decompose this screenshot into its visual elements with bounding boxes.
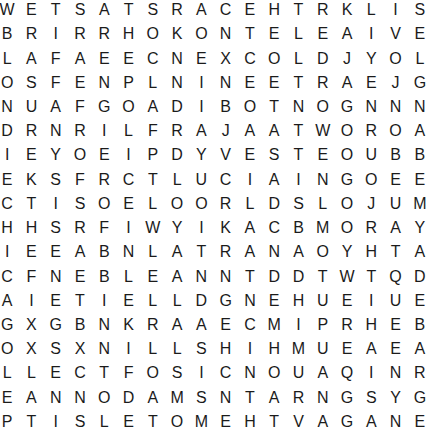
grid-cell-r18c5[interactable]: L [92, 410, 116, 434]
grid-cell-r9c12[interactable]: D [262, 192, 286, 216]
grid-cell-r18c3[interactable]: I [44, 410, 68, 434]
grid-cell-r13c5[interactable]: I [92, 289, 116, 313]
grid-cell-r8c4[interactable]: F [68, 168, 92, 192]
grid-cell-r8c7[interactable]: T [141, 168, 165, 192]
grid-cell-r11c1[interactable]: I [0, 240, 19, 264]
grid-cell-r18c13[interactable]: V [286, 410, 310, 434]
grid-cell-r10c4[interactable]: R [68, 216, 92, 240]
grid-cell-r14c16[interactable]: H [359, 313, 383, 337]
grid-cell-r2c13[interactable]: L [286, 22, 310, 46]
grid-cell-r18c7[interactable]: T [141, 410, 165, 434]
grid-cell-r3c16[interactable]: Y [359, 46, 383, 70]
grid-cell-r17c14[interactable]: N [311, 386, 335, 410]
grid-cell-r15c1[interactable]: O [0, 337, 19, 361]
grid-cell-r2c7[interactable]: O [141, 22, 165, 46]
grid-cell-r13c2[interactable]: I [19, 289, 43, 313]
grid-cell-r16c12[interactable]: O [262, 361, 286, 385]
grid-cell-r18c18[interactable]: E [408, 410, 432, 434]
grid-cell-r8c8[interactable]: L [165, 168, 189, 192]
grid-cell-r13c18[interactable]: E [408, 289, 432, 313]
grid-cell-r17c16[interactable]: S [359, 386, 383, 410]
grid-cell-r10c2[interactable]: H [19, 216, 43, 240]
grid-cell-r11c10[interactable]: R [214, 240, 238, 264]
grid-cell-r18c2[interactable]: T [19, 410, 43, 434]
grid-cell-r7c14[interactable]: E [311, 143, 335, 167]
grid-cell-r14c2[interactable]: X [19, 313, 43, 337]
grid-cell-r12c2[interactable]: F [19, 264, 43, 288]
grid-cell-r7c15[interactable]: O [335, 143, 359, 167]
grid-cell-r7c13[interactable]: T [286, 143, 310, 167]
grid-cell-r8c13[interactable]: I [286, 168, 310, 192]
grid-cell-r16c7[interactable]: O [141, 361, 165, 385]
grid-cell-r10c8[interactable]: Y [165, 216, 189, 240]
grid-cell-r6c13[interactable]: T [286, 119, 310, 143]
grid-cell-r16c4[interactable]: C [68, 361, 92, 385]
grid-cell-r6c3[interactable]: N [44, 119, 68, 143]
grid-cell-r12c3[interactable]: N [44, 264, 68, 288]
grid-cell-r3c12[interactable]: O [262, 46, 286, 70]
grid-cell-r13c1[interactable]: A [0, 289, 19, 313]
grid-cell-r3c14[interactable]: D [311, 46, 335, 70]
grid-cell-r1c1[interactable]: W [0, 0, 19, 22]
grid-cell-r14c14[interactable]: P [311, 313, 335, 337]
grid-cell-r4c17[interactable]: J [383, 71, 407, 95]
grid-cell-r4c16[interactable]: E [359, 71, 383, 95]
grid-cell-r4c7[interactable]: L [141, 71, 165, 95]
grid-cell-r8c3[interactable]: S [44, 168, 68, 192]
grid-cell-r12c1[interactable]: C [0, 264, 19, 288]
grid-cell-r6c11[interactable]: A [238, 119, 262, 143]
grid-cell-r1c9[interactable]: A [189, 0, 213, 22]
grid-cell-r16c8[interactable]: S [165, 361, 189, 385]
grid-cell-r12c11[interactable]: T [238, 264, 262, 288]
grid-cell-r12c18[interactable]: D [408, 264, 432, 288]
grid-cell-r3c4[interactable]: A [68, 46, 92, 70]
grid-cell-r7c7[interactable]: P [141, 143, 165, 167]
grid-cell-r8c14[interactable]: N [311, 168, 335, 192]
grid-cell-r16c17[interactable]: N [383, 361, 407, 385]
grid-cell-r17c12[interactable]: A [262, 386, 286, 410]
grid-cell-r7c10[interactable]: V [214, 143, 238, 167]
grid-cell-r15c8[interactable]: L [165, 337, 189, 361]
grid-cell-r10c13[interactable]: B [286, 216, 310, 240]
grid-cell-r2c9[interactable]: O [189, 22, 213, 46]
grid-cell-r16c16[interactable]: I [359, 361, 383, 385]
grid-cell-r14c5[interactable]: N [92, 313, 116, 337]
grid-cell-r14c9[interactable]: A [189, 313, 213, 337]
grid-cell-r6c12[interactable]: A [262, 119, 286, 143]
grid-cell-r8c12[interactable]: A [262, 168, 286, 192]
grid-cell-r6c10[interactable]: J [214, 119, 238, 143]
grid-cell-r8c10[interactable]: C [214, 168, 238, 192]
grid-cell-r12c16[interactable]: T [359, 264, 383, 288]
grid-cell-r2c5[interactable]: R [92, 22, 116, 46]
grid-cell-r13c10[interactable]: G [214, 289, 238, 313]
grid-cell-r9c9[interactable]: O [189, 192, 213, 216]
grid-cell-r10c1[interactable]: H [0, 216, 19, 240]
grid-cell-r11c9[interactable]: T [189, 240, 213, 264]
grid-cell-r16c5[interactable]: T [92, 361, 116, 385]
grid-cell-r1c11[interactable]: E [238, 0, 262, 22]
grid-cell-r15c16[interactable]: A [359, 337, 383, 361]
grid-cell-r2c4[interactable]: R [68, 22, 92, 46]
grid-cell-r15c17[interactable]: E [383, 337, 407, 361]
grid-cell-r18c4[interactable]: S [68, 410, 92, 434]
grid-cell-r1c10[interactable]: C [214, 0, 238, 22]
grid-cell-r13c8[interactable]: L [165, 289, 189, 313]
grid-cell-r6c14[interactable]: W [311, 119, 335, 143]
grid-cell-r5c15[interactable]: G [335, 95, 359, 119]
grid-cell-r7c16[interactable]: U [359, 143, 383, 167]
grid-cell-r8c6[interactable]: C [116, 168, 140, 192]
grid-cell-r12c14[interactable]: T [311, 264, 335, 288]
grid-cell-r2c10[interactable]: N [214, 22, 238, 46]
grid-cell-r9c1[interactable]: C [0, 192, 19, 216]
grid-cell-r4c3[interactable]: F [44, 71, 68, 95]
grid-cell-r1c13[interactable]: T [286, 0, 310, 22]
grid-cell-r16c14[interactable]: A [311, 361, 335, 385]
grid-cell-r6c7[interactable]: F [141, 119, 165, 143]
grid-cell-r8c17[interactable]: E [383, 168, 407, 192]
grid-cell-r1c16[interactable]: L [359, 0, 383, 22]
grid-cell-r7c17[interactable]: B [383, 143, 407, 167]
grid-cell-r18c16[interactable]: A [359, 410, 383, 434]
grid-cell-r14c8[interactable]: A [165, 313, 189, 337]
grid-cell-r9c5[interactable]: O [92, 192, 116, 216]
grid-cell-r15c15[interactable]: E [335, 337, 359, 361]
grid-cell-r9c18[interactable]: M [408, 192, 432, 216]
grid-cell-r9c7[interactable]: L [141, 192, 165, 216]
grid-cell-r11c7[interactable]: L [141, 240, 165, 264]
grid-cell-r5c1[interactable]: N [0, 95, 19, 119]
grid-cell-r17c8[interactable]: M [165, 386, 189, 410]
grid-cell-r6c18[interactable]: A [408, 119, 432, 143]
grid-cell-r9c6[interactable]: E [116, 192, 140, 216]
grid-cell-r7c2[interactable]: E [19, 143, 43, 167]
grid-cell-r9c15[interactable]: O [335, 192, 359, 216]
grid-cell-r4c15[interactable]: A [335, 71, 359, 95]
grid-cell-r5c5[interactable]: G [92, 95, 116, 119]
grid-cell-r7c12[interactable]: S [262, 143, 286, 167]
grid-cell-r2c17[interactable]: V [383, 22, 407, 46]
grid-cell-r13c4[interactable]: T [68, 289, 92, 313]
grid-cell-r7c4[interactable]: O [68, 143, 92, 167]
grid-cell-r17c11[interactable]: T [238, 386, 262, 410]
grid-cell-r14c4[interactable]: B [68, 313, 92, 337]
grid-cell-r14c6[interactable]: K [116, 313, 140, 337]
grid-cell-r5c2[interactable]: U [19, 95, 43, 119]
grid-cell-r11c12[interactable]: N [262, 240, 286, 264]
grid-cell-r16c18[interactable]: R [408, 361, 432, 385]
grid-cell-r5c8[interactable]: D [165, 95, 189, 119]
grid-cell-r2c16[interactable]: I [359, 22, 383, 46]
grid-cell-r13c15[interactable]: E [335, 289, 359, 313]
grid-cell-r15c4[interactable]: X [68, 337, 92, 361]
grid-cell-r10c7[interactable]: W [141, 216, 165, 240]
grid-cell-r1c17[interactable]: I [383, 0, 407, 22]
grid-cell-r11c2[interactable]: E [19, 240, 43, 264]
grid-cell-r10c16[interactable]: R [359, 216, 383, 240]
grid-cell-r10c12[interactable]: C [262, 216, 286, 240]
grid-cell-r15c5[interactable]: N [92, 337, 116, 361]
grid-cell-r13c3[interactable]: E [44, 289, 68, 313]
grid-cell-r6c6[interactable]: L [116, 119, 140, 143]
grid-cell-r12c6[interactable]: L [116, 264, 140, 288]
grid-cell-r10c11[interactable]: A [238, 216, 262, 240]
grid-cell-r18c14[interactable]: A [311, 410, 335, 434]
grid-cell-r9c11[interactable]: L [238, 192, 262, 216]
grid-cell-r12c8[interactable]: A [165, 264, 189, 288]
grid-cell-r1c6[interactable]: T [116, 0, 140, 22]
grid-cell-r14c18[interactable]: B [408, 313, 432, 337]
grid-cell-r4c12[interactable]: E [262, 71, 286, 95]
grid-cell-r4c5[interactable]: N [92, 71, 116, 95]
grid-cell-r17c7[interactable]: A [141, 386, 165, 410]
grid-cell-r13c9[interactable]: D [189, 289, 213, 313]
grid-cell-r6c8[interactable]: R [165, 119, 189, 143]
grid-cell-r4c13[interactable]: T [286, 71, 310, 95]
grid-cell-r15c9[interactable]: S [189, 337, 213, 361]
grid-cell-r13c16[interactable]: I [359, 289, 383, 313]
grid-cell-r3c6[interactable]: E [116, 46, 140, 70]
grid-cell-r4c4[interactable]: E [68, 71, 92, 95]
grid-cell-r5c18[interactable]: N [408, 95, 432, 119]
grid-cell-r14c13[interactable]: I [286, 313, 310, 337]
grid-cell-r11c14[interactable]: O [311, 240, 335, 264]
grid-cell-r17c13[interactable]: R [286, 386, 310, 410]
grid-cell-r14c10[interactable]: E [214, 313, 238, 337]
grid-cell-r13c13[interactable]: H [286, 289, 310, 313]
grid-cell-r16c6[interactable]: F [116, 361, 140, 385]
grid-cell-r9c17[interactable]: U [383, 192, 407, 216]
grid-cell-r12c17[interactable]: Q [383, 264, 407, 288]
grid-cell-r7c18[interactable]: B [408, 143, 432, 167]
grid-cell-r3c17[interactable]: O [383, 46, 407, 70]
grid-cell-r8c15[interactable]: G [335, 168, 359, 192]
grid-cell-r12c5[interactable]: B [92, 264, 116, 288]
grid-cell-r3c18[interactable]: L [408, 46, 432, 70]
grid-cell-r9c2[interactable]: T [19, 192, 43, 216]
grid-cell-r16c1[interactable]: L [0, 361, 19, 385]
grid-cell-r1c4[interactable]: S [68, 0, 92, 22]
grid-cell-r17c15[interactable]: G [335, 386, 359, 410]
grid-cell-r8c9[interactable]: U [189, 168, 213, 192]
grid-cell-r17c5[interactable]: O [92, 386, 116, 410]
grid-cell-r9c14[interactable]: L [311, 192, 335, 216]
grid-cell-r2c3[interactable]: I [44, 22, 68, 46]
grid-cell-r9c8[interactable]: O [165, 192, 189, 216]
grid-cell-r5c17[interactable]: N [383, 95, 407, 119]
grid-cell-r6c17[interactable]: O [383, 119, 407, 143]
grid-cell-r17c18[interactable]: G [408, 386, 432, 410]
grid-cell-r3c7[interactable]: C [141, 46, 165, 70]
grid-cell-r6c2[interactable]: R [19, 119, 43, 143]
grid-cell-r8c16[interactable]: O [359, 168, 383, 192]
grid-cell-r5c4[interactable]: F [68, 95, 92, 119]
grid-cell-r11c15[interactable]: Y [335, 240, 359, 264]
grid-cell-r2c18[interactable]: E [408, 22, 432, 46]
grid-cell-r17c9[interactable]: S [189, 386, 213, 410]
grid-cell-r5c13[interactable]: N [286, 95, 310, 119]
grid-cell-r7c9[interactable]: Y [189, 143, 213, 167]
grid-cell-r17c4[interactable]: N [68, 386, 92, 410]
grid-cell-r15c6[interactable]: I [116, 337, 140, 361]
grid-cell-r10c15[interactable]: O [335, 216, 359, 240]
grid-cell-r7c3[interactable]: Y [44, 143, 68, 167]
grid-cell-r3c3[interactable]: F [44, 46, 68, 70]
grid-cell-r3c11[interactable]: C [238, 46, 262, 70]
grid-cell-r2c8[interactable]: K [165, 22, 189, 46]
grid-cell-r5c3[interactable]: A [44, 95, 68, 119]
grid-cell-r11c13[interactable]: A [286, 240, 310, 264]
grid-cell-r1c8[interactable]: R [165, 0, 189, 22]
grid-cell-r3c1[interactable]: L [0, 46, 19, 70]
grid-cell-r12c13[interactable]: D [286, 264, 310, 288]
grid-cell-r10c3[interactable]: S [44, 216, 68, 240]
grid-cell-r4c18[interactable]: G [408, 71, 432, 95]
grid-cell-r9c16[interactable]: J [359, 192, 383, 216]
grid-cell-r5c7[interactable]: A [141, 95, 165, 119]
grid-cell-r7c11[interactable]: E [238, 143, 262, 167]
grid-cell-r6c15[interactable]: O [335, 119, 359, 143]
grid-cell-r8c2[interactable]: K [19, 168, 43, 192]
grid-cell-r15c14[interactable]: U [311, 337, 335, 361]
grid-cell-r16c2[interactable]: L [19, 361, 43, 385]
grid-cell-r10c5[interactable]: F [92, 216, 116, 240]
grid-cell-r9c10[interactable]: R [214, 192, 238, 216]
grid-cell-r14c1[interactable]: G [0, 313, 19, 337]
grid-cell-r3c5[interactable]: E [92, 46, 116, 70]
grid-cell-r16c10[interactable]: C [214, 361, 238, 385]
grid-cell-r10c9[interactable]: I [189, 216, 213, 240]
grid-cell-r12c15[interactable]: W [335, 264, 359, 288]
grid-cell-r6c9[interactable]: A [189, 119, 213, 143]
grid-cell-r15c11[interactable]: I [238, 337, 262, 361]
grid-cell-r18c11[interactable]: H [238, 410, 262, 434]
grid-cell-r9c13[interactable]: S [286, 192, 310, 216]
grid-cell-r17c17[interactable]: Y [383, 386, 407, 410]
grid-cell-r4c10[interactable]: N [214, 71, 238, 95]
grid-cell-r3c13[interactable]: L [286, 46, 310, 70]
grid-cell-r14c17[interactable]: E [383, 313, 407, 337]
grid-cell-r4c6[interactable]: P [116, 71, 140, 95]
grid-cell-r11c18[interactable]: A [408, 240, 432, 264]
grid-cell-r10c14[interactable]: M [311, 216, 335, 240]
grid-cell-r18c12[interactable]: T [262, 410, 286, 434]
grid-cell-r3c15[interactable]: J [335, 46, 359, 70]
grid-cell-r12c10[interactable]: N [214, 264, 238, 288]
grid-cell-r15c18[interactable]: A [408, 337, 432, 361]
grid-cell-r5c11[interactable]: O [238, 95, 262, 119]
grid-cell-r5c14[interactable]: O [311, 95, 335, 119]
grid-cell-r5c16[interactable]: N [359, 95, 383, 119]
grid-cell-r2c2[interactable]: R [19, 22, 43, 46]
grid-cell-r1c12[interactable]: H [262, 0, 286, 22]
grid-cell-r17c2[interactable]: A [19, 386, 43, 410]
grid-cell-r13c17[interactable]: U [383, 289, 407, 313]
grid-cell-r4c11[interactable]: E [238, 71, 262, 95]
grid-cell-r1c14[interactable]: R [311, 0, 335, 22]
grid-cell-r17c10[interactable]: N [214, 386, 238, 410]
grid-cell-r11c6[interactable]: N [116, 240, 140, 264]
grid-cell-r6c5[interactable]: I [92, 119, 116, 143]
grid-cell-r16c15[interactable]: Q [335, 361, 359, 385]
grid-cell-r5c6[interactable]: O [116, 95, 140, 119]
grid-cell-r9c4[interactable]: S [68, 192, 92, 216]
grid-cell-r4c1[interactable]: O [0, 71, 19, 95]
grid-cell-r5c12[interactable]: T [262, 95, 286, 119]
grid-cell-r12c7[interactable]: E [141, 264, 165, 288]
grid-cell-r16c9[interactable]: I [189, 361, 213, 385]
grid-cell-r18c6[interactable]: E [116, 410, 140, 434]
grid-cell-r18c1[interactable]: P [0, 410, 19, 434]
grid-cell-r11c16[interactable]: H [359, 240, 383, 264]
grid-cell-r5c10[interactable]: B [214, 95, 238, 119]
grid-cell-r2c6[interactable]: H [116, 22, 140, 46]
grid-cell-r1c7[interactable]: S [141, 0, 165, 22]
grid-cell-r12c4[interactable]: E [68, 264, 92, 288]
grid-cell-r18c9[interactable]: M [189, 410, 213, 434]
grid-cell-r6c1[interactable]: D [0, 119, 19, 143]
grid-cell-r3c10[interactable]: X [214, 46, 238, 70]
grid-cell-r15c12[interactable]: H [262, 337, 286, 361]
grid-cell-r18c8[interactable]: O [165, 410, 189, 434]
grid-cell-r6c4[interactable]: R [68, 119, 92, 143]
grid-cell-r2c14[interactable]: E [311, 22, 335, 46]
grid-cell-r15c10[interactable]: H [214, 337, 238, 361]
grid-cell-r15c7[interactable]: L [141, 337, 165, 361]
grid-cell-r2c12[interactable]: E [262, 22, 286, 46]
grid-cell-r16c13[interactable]: U [286, 361, 310, 385]
grid-cell-r14c11[interactable]: C [238, 313, 262, 337]
grid-cell-r15c2[interactable]: X [19, 337, 43, 361]
grid-cell-r4c2[interactable]: S [19, 71, 43, 95]
grid-cell-r7c1[interactable]: I [0, 143, 19, 167]
grid-cell-r8c18[interactable]: E [408, 168, 432, 192]
grid-cell-r17c1[interactable]: E [0, 386, 19, 410]
grid-cell-r1c18[interactable]: S [408, 0, 432, 22]
grid-cell-r18c10[interactable]: E [214, 410, 238, 434]
grid-cell-r16c11[interactable]: N [238, 361, 262, 385]
grid-cell-r13c7[interactable]: L [141, 289, 165, 313]
grid-cell-r14c12[interactable]: M [262, 313, 286, 337]
grid-cell-r3c2[interactable]: A [19, 46, 43, 70]
grid-cell-r13c14[interactable]: U [311, 289, 335, 313]
grid-cell-r14c3[interactable]: G [44, 313, 68, 337]
grid-cell-r18c15[interactable]: G [335, 410, 359, 434]
grid-cell-r2c15[interactable]: A [335, 22, 359, 46]
grid-cell-r8c11[interactable]: I [238, 168, 262, 192]
grid-cell-r16c3[interactable]: E [44, 361, 68, 385]
grid-cell-r9c3[interactable]: I [44, 192, 68, 216]
grid-cell-r12c9[interactable]: N [189, 264, 213, 288]
grid-cell-r11c17[interactable]: T [383, 240, 407, 264]
grid-cell-r14c15[interactable]: R [335, 313, 359, 337]
grid-cell-r1c2[interactable]: E [19, 0, 43, 22]
grid-cell-r12c12[interactable]: D [262, 264, 286, 288]
grid-cell-r8c1[interactable]: E [0, 168, 19, 192]
grid-cell-r13c12[interactable]: E [262, 289, 286, 313]
grid-cell-r17c3[interactable]: N [44, 386, 68, 410]
grid-cell-r1c3[interactable]: T [44, 0, 68, 22]
grid-cell-r8c5[interactable]: R [92, 168, 116, 192]
grid-cell-r7c6[interactable]: I [116, 143, 140, 167]
grid-cell-r11c8[interactable]: A [165, 240, 189, 264]
grid-cell-r11c11[interactable]: A [238, 240, 262, 264]
grid-cell-r11c5[interactable]: B [92, 240, 116, 264]
grid-cell-r4c9[interactable]: I [189, 71, 213, 95]
grid-cell-r3c8[interactable]: N [165, 46, 189, 70]
